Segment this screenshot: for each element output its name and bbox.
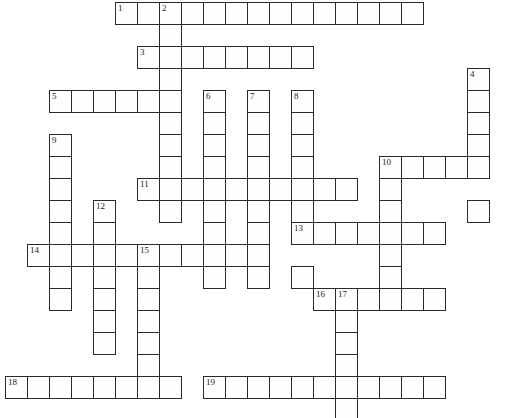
grid-cell[interactable] (137, 2, 160, 25)
grid-cell[interactable] (137, 376, 160, 399)
grid-cell[interactable] (49, 376, 72, 399)
grid-cell[interactable] (137, 354, 160, 377)
clue-number: 19 (206, 377, 215, 387)
grid-cell[interactable]: 14 (27, 244, 50, 267)
grid-cell[interactable] (357, 222, 380, 245)
grid-cell[interactable] (379, 178, 402, 201)
grid-cell[interactable] (335, 354, 358, 377)
grid-cell[interactable] (247, 244, 270, 267)
grid-cell[interactable] (159, 244, 182, 267)
grid-cell[interactable] (203, 178, 226, 201)
grid-cell[interactable] (269, 178, 292, 201)
clue-number: 16 (316, 289, 325, 299)
grid-cell[interactable] (247, 112, 270, 135)
grid-cell[interactable] (71, 376, 94, 399)
grid-cell[interactable] (335, 310, 358, 333)
grid-cell[interactable] (181, 2, 204, 25)
grid-cell[interactable] (247, 156, 270, 179)
clue-number: 12 (96, 201, 105, 211)
grid-cell[interactable] (71, 90, 94, 113)
grid-cell[interactable] (445, 156, 468, 179)
grid-cell[interactable] (203, 46, 226, 69)
grid-cell[interactable] (401, 222, 424, 245)
grid-cell[interactable] (225, 46, 248, 69)
grid-cell[interactable]: 4 (467, 68, 490, 91)
grid-cell[interactable] (159, 68, 182, 91)
grid-cell[interactable] (181, 46, 204, 69)
clue-number: 1 (118, 3, 123, 13)
grid-cell[interactable] (203, 222, 226, 245)
grid-cell[interactable] (269, 376, 292, 399)
grid-cell[interactable] (49, 200, 72, 223)
grid-cell[interactable] (335, 2, 358, 25)
grid-cell[interactable] (401, 156, 424, 179)
grid-cell[interactable] (467, 90, 490, 113)
grid-cell[interactable] (247, 46, 270, 69)
clue-number: 13 (294, 223, 303, 233)
grid-cell[interactable] (27, 376, 50, 399)
grid-cell[interactable] (291, 200, 314, 223)
grid-cell[interactable] (247, 376, 270, 399)
grid-cell[interactable] (93, 376, 116, 399)
grid-cell[interactable] (247, 222, 270, 245)
grid-cell[interactable] (247, 200, 270, 223)
grid-cell[interactable] (181, 244, 204, 267)
grid-cell[interactable] (137, 332, 160, 355)
grid-cell[interactable] (357, 2, 380, 25)
clue-number: 17 (338, 289, 347, 299)
grid-cell[interactable] (335, 178, 358, 201)
grid-cell[interactable] (225, 376, 248, 399)
grid-cell[interactable] (357, 376, 380, 399)
grid-cell[interactable]: 12 (93, 200, 116, 223)
grid-cell[interactable] (379, 266, 402, 289)
clue-number: 8 (294, 91, 299, 101)
grid-cell[interactable] (203, 200, 226, 223)
clue-number: 5 (52, 91, 57, 101)
grid-cell[interactable] (203, 112, 226, 135)
grid-cell[interactable] (291, 156, 314, 179)
grid-cell[interactable] (423, 222, 446, 245)
grid-cell[interactable] (379, 2, 402, 25)
grid-cell[interactable] (49, 156, 72, 179)
grid-cell[interactable] (291, 178, 314, 201)
grid-cell[interactable] (269, 46, 292, 69)
grid-cell[interactable]: 7 (247, 90, 270, 113)
grid-cell[interactable] (247, 134, 270, 157)
clue-number: 11 (140, 179, 149, 189)
grid-cell[interactable] (137, 310, 160, 333)
grid-cell[interactable] (357, 288, 380, 311)
grid-cell[interactable] (49, 288, 72, 311)
grid-cell[interactable] (115, 90, 138, 113)
clue-number: 6 (206, 91, 211, 101)
grid-cell[interactable] (225, 244, 248, 267)
clue-number: 10 (382, 157, 391, 167)
clue-number: 18 (8, 377, 17, 387)
grid-cell[interactable] (401, 2, 424, 25)
grid-cell[interactable] (137, 288, 160, 311)
grid-cell[interactable] (137, 266, 160, 289)
grid-cell[interactable] (335, 376, 358, 399)
grid-cell[interactable] (379, 376, 402, 399)
grid-cell[interactable] (159, 24, 182, 47)
grid-cell[interactable] (159, 156, 182, 179)
grid-cell[interactable] (291, 112, 314, 135)
grid-cell[interactable] (49, 222, 72, 245)
grid-cell[interactable]: 18 (5, 376, 28, 399)
clue-number: 3 (140, 47, 145, 57)
grid-cell[interactable] (159, 200, 182, 223)
grid-cell[interactable] (401, 288, 424, 311)
grid-cell[interactable]: 15 (137, 244, 160, 267)
grid-cell[interactable] (93, 310, 116, 333)
grid-cell[interactable] (93, 332, 116, 355)
grid-cell[interactable]: 3 (137, 46, 160, 69)
grid-cell[interactable] (225, 178, 248, 201)
grid-cell[interactable]: 16 (313, 288, 336, 311)
grid-cell[interactable] (71, 244, 94, 267)
grid-cell[interactable] (159, 90, 182, 113)
clue-number: 4 (470, 69, 475, 79)
grid-cell[interactable] (335, 332, 358, 355)
grid-cell[interactable] (159, 112, 182, 135)
grid-cell[interactable] (49, 244, 72, 267)
clue-number: 15 (140, 245, 149, 255)
grid-cell[interactable] (225, 2, 248, 25)
grid-cell[interactable] (203, 2, 226, 25)
grid-cell[interactable] (159, 134, 182, 157)
grid-cell[interactable]: 2 (159, 2, 182, 25)
grid-cell[interactable]: 10 (379, 156, 402, 179)
grid-cell[interactable] (467, 134, 490, 157)
grid-cell[interactable] (467, 200, 490, 223)
grid-cell[interactable] (313, 178, 336, 201)
grid-cell[interactable] (291, 2, 314, 25)
grid-cell[interactable] (159, 178, 182, 201)
grid-cell[interactable] (49, 266, 72, 289)
grid-cell[interactable] (93, 266, 116, 289)
grid-cell[interactable] (423, 376, 446, 399)
grid-cell[interactable] (291, 266, 314, 289)
clue-number: 9 (52, 135, 57, 145)
grid-cell[interactable] (379, 244, 402, 267)
grid-cell[interactable] (467, 112, 490, 135)
grid-cell[interactable] (379, 288, 402, 311)
grid-cell[interactable] (203, 244, 226, 267)
grid-cell[interactable] (93, 90, 116, 113)
grid-cell[interactable] (291, 46, 314, 69)
grid-cell[interactable]: 17 (335, 288, 358, 311)
grid-cell[interactable] (181, 178, 204, 201)
grid-cell[interactable]: 8 (291, 90, 314, 113)
grid-cell[interactable] (379, 222, 402, 245)
grid-cell[interactable] (313, 222, 336, 245)
crossword-grid: 12345678910111213141516171819 (5, 2, 512, 418)
grid-cell[interactable]: 5 (49, 90, 72, 113)
grid-cell[interactable]: 6 (203, 90, 226, 113)
grid-cell[interactable] (137, 90, 160, 113)
grid-cell[interactable] (247, 178, 270, 201)
clue-number: 7 (250, 91, 255, 101)
grid-cell[interactable] (335, 398, 358, 418)
grid-cell[interactable] (93, 288, 116, 311)
grid-cell[interactable] (423, 288, 446, 311)
grid-cell[interactable] (93, 244, 116, 267)
clue-number: 14 (30, 245, 39, 255)
grid-cell[interactable]: 9 (49, 134, 72, 157)
grid-cell[interactable]: 11 (137, 178, 160, 201)
grid-cell[interactable] (291, 376, 314, 399)
grid-cell[interactable] (115, 244, 138, 267)
grid-cell[interactable] (203, 134, 226, 157)
grid-cell[interactable] (379, 200, 402, 223)
grid-cell[interactable] (203, 156, 226, 179)
grid-cell[interactable] (115, 376, 138, 399)
grid-cell[interactable]: 1 (115, 2, 138, 25)
grid-cell[interactable] (49, 178, 72, 201)
clue-number: 2 (162, 3, 167, 13)
grid-cell[interactable] (401, 376, 424, 399)
grid-cell[interactable] (247, 266, 270, 289)
grid-cell[interactable]: 19 (203, 376, 226, 399)
grid-cell[interactable] (247, 2, 270, 25)
grid-cell[interactable] (467, 156, 490, 179)
grid-cell[interactable] (269, 2, 292, 25)
grid-cell[interactable] (159, 376, 182, 399)
grid-cell[interactable] (313, 2, 336, 25)
grid-cell[interactable] (313, 376, 336, 399)
grid-cell[interactable] (159, 46, 182, 69)
grid-cell[interactable] (203, 266, 226, 289)
grid-cell[interactable]: 13 (291, 222, 314, 245)
grid-cell[interactable] (423, 156, 446, 179)
grid-cell[interactable] (93, 222, 116, 245)
grid-cell[interactable] (335, 222, 358, 245)
grid-cell[interactable] (291, 134, 314, 157)
